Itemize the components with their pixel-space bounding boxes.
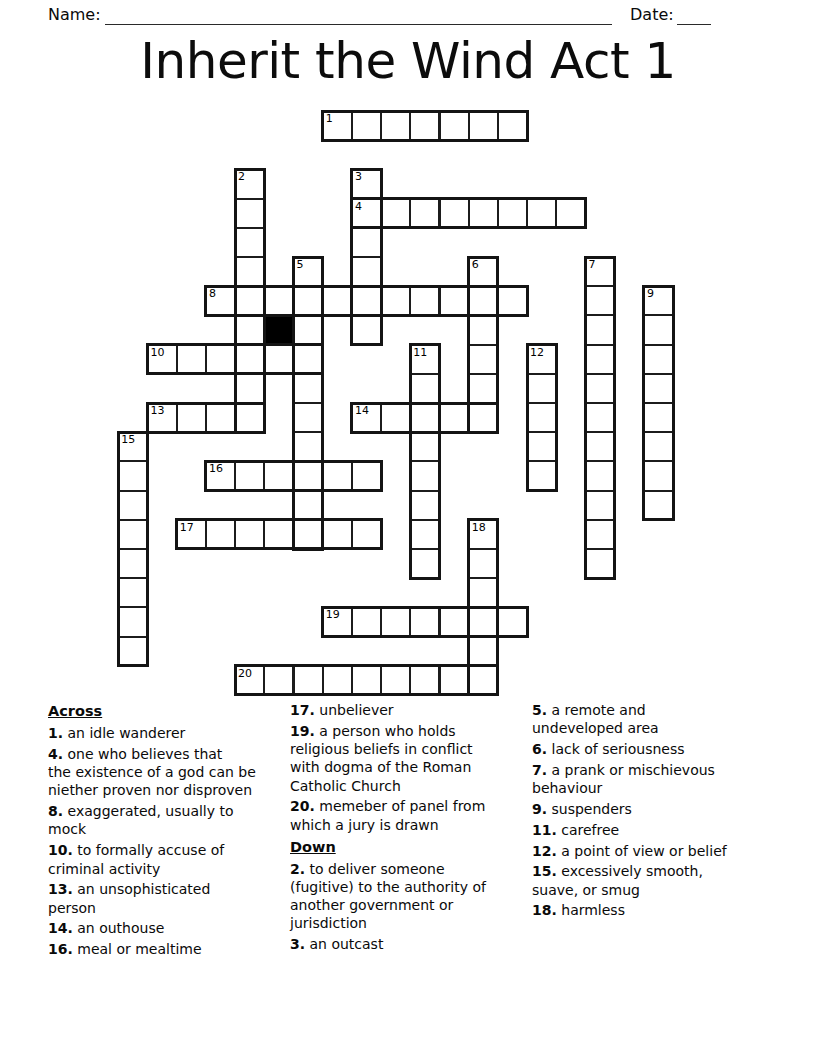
clue-text: an outcast — [310, 936, 384, 952]
cell-r6c18[interactable]: 9 — [643, 285, 674, 316]
cell-r0c9[interactable] — [380, 110, 411, 141]
crossword-worksheet-page: { "header": { "name_label": "Name:", "da… — [0, 0, 816, 1056]
clue-down-3: 3. an outcast — [290, 935, 542, 953]
cell-r6c10[interactable] — [409, 285, 440, 316]
cell-r3c14[interactable] — [526, 198, 557, 229]
clue-text: unbeliever — [319, 702, 393, 718]
cell-r3c8[interactable]: 4 — [351, 198, 382, 229]
cell-r19c6[interactable] — [293, 665, 324, 696]
cell-r10c14[interactable] — [526, 402, 557, 433]
clue-column-3: 5. a remote and undeveloped area6. lack … — [532, 701, 794, 922]
cell-r13c0[interactable] — [117, 490, 148, 521]
clue-text: an idle wanderer — [68, 725, 186, 741]
clue-number: 20. — [290, 798, 315, 814]
cell-r11c0[interactable]: 15 — [117, 431, 148, 462]
cell-r14c3[interactable] — [205, 519, 236, 550]
cell-r17c11[interactable] — [439, 606, 470, 637]
cell-r16c0[interactable] — [117, 577, 148, 608]
cell-r14c2[interactable]: 17 — [176, 519, 207, 550]
cell-r3c4[interactable] — [234, 198, 265, 229]
cell-r17c7[interactable]: 19 — [322, 606, 353, 637]
cell-r9c18[interactable] — [643, 373, 674, 404]
clue-across-10: 10. to formally accuse of criminal activ… — [48, 841, 300, 878]
cell-r14c16[interactable] — [585, 519, 616, 550]
cell-r6c6[interactable] — [293, 285, 324, 316]
cell-r19c9[interactable] — [380, 665, 411, 696]
cell-r9c14[interactable] — [526, 373, 557, 404]
cell-r6c13[interactable] — [497, 285, 528, 316]
clue-text: an unsophisticated person — [48, 881, 210, 915]
cell-r6c11[interactable] — [439, 285, 470, 316]
cell-r3c10[interactable] — [409, 198, 440, 229]
cell-number-17: 17 — [180, 521, 194, 534]
clue-text: a point of view or belief — [561, 843, 726, 859]
cell-r19c12[interactable] — [468, 665, 499, 696]
clue-across-20: 20. memeber of panel from which a jury i… — [290, 797, 542, 834]
cell-r8c16[interactable] — [585, 344, 616, 375]
cell-r10c1[interactable]: 13 — [147, 402, 178, 433]
cell-number-2: 2 — [238, 170, 245, 183]
cell-r17c9[interactable] — [380, 606, 411, 637]
clue-down-6: 6. lack of seriousness — [532, 740, 794, 758]
clue-down-7: 7. a prank or mischievous behaviour — [532, 761, 794, 798]
cell-r3c13[interactable] — [497, 198, 528, 229]
cell-number-3: 3 — [355, 170, 362, 183]
clue-number: 7. — [532, 762, 547, 778]
cell-r15c10[interactable] — [409, 548, 440, 579]
cell-r7c16[interactable] — [585, 314, 616, 345]
cell-number-4: 4 — [355, 200, 362, 213]
cell-r12c16[interactable] — [585, 460, 616, 491]
cell-number-9: 9 — [647, 287, 654, 300]
clue-number: 18. — [532, 902, 557, 918]
cell-r6c12[interactable] — [468, 285, 499, 316]
cell-r12c0[interactable] — [117, 460, 148, 491]
clue-across-16: 16. meal or mealtime — [48, 940, 300, 958]
clue-down-18: 18. harmless — [532, 901, 794, 919]
cell-r6c8[interactable] — [351, 285, 382, 316]
clue-number: 14. — [48, 920, 73, 936]
cell-number-5: 5 — [297, 258, 304, 271]
cell-r3c11[interactable] — [439, 198, 470, 229]
cell-r11c16[interactable] — [585, 431, 616, 462]
across-heading: Across — [48, 701, 300, 721]
cell-r14c5[interactable] — [263, 519, 294, 550]
clue-across-17: 17. unbeliever — [290, 701, 542, 719]
cell-r5c16[interactable]: 7 — [585, 256, 616, 287]
cell-r10c8[interactable]: 14 — [351, 402, 382, 433]
cell-r9c12[interactable] — [468, 373, 499, 404]
clue-number: 17. — [290, 702, 315, 718]
clue-across-8: 8. exaggerated, usually to mock — [48, 802, 300, 839]
clue-number: 15. — [532, 863, 557, 879]
cell-r11c18[interactable] — [643, 431, 674, 462]
cell-number-11: 11 — [413, 346, 427, 359]
clue-text: one who believes that the existence of a… — [48, 746, 256, 799]
cell-number-13: 13 — [151, 404, 165, 417]
black-cell-r7c5 — [263, 314, 294, 345]
clue-down-12: 12. a point of view or belief — [532, 842, 794, 860]
clue-text: harmless — [561, 902, 625, 918]
cell-r14c12[interactable]: 18 — [468, 519, 499, 550]
cell-r14c4[interactable] — [234, 519, 265, 550]
cell-r12c6[interactable] — [293, 460, 324, 491]
clue-number: 5. — [532, 702, 547, 718]
cell-r5c4[interactable] — [234, 256, 265, 287]
cell-r6c4[interactable] — [234, 285, 265, 316]
clue-number: 6. — [532, 741, 547, 757]
cell-r14c8[interactable] — [351, 519, 382, 550]
cell-r6c9[interactable] — [380, 285, 411, 316]
cell-r17c10[interactable] — [409, 606, 440, 637]
cell-r14c10[interactable] — [409, 519, 440, 550]
clue-across-14: 14. an outhouse — [48, 919, 300, 937]
clue-number: 9. — [532, 801, 547, 817]
cell-r19c8[interactable] — [351, 665, 382, 696]
cell-r9c4[interactable] — [234, 373, 265, 404]
clue-number: 13. — [48, 881, 73, 897]
cell-r13c10[interactable] — [409, 490, 440, 521]
cell-r12c10[interactable] — [409, 460, 440, 491]
cell-r12c5[interactable] — [263, 460, 294, 491]
cell-number-7: 7 — [589, 258, 596, 271]
cell-r10c11[interactable] — [439, 402, 470, 433]
cell-r18c0[interactable] — [117, 636, 148, 667]
cell-r19c11[interactable] — [439, 665, 470, 696]
cell-r17c13[interactable] — [497, 606, 528, 637]
cell-r0c12[interactable] — [468, 110, 499, 141]
cell-r7c18[interactable] — [643, 314, 674, 345]
cell-number-10: 10 — [151, 346, 165, 359]
clue-text: carefree — [561, 822, 619, 838]
cell-number-15: 15 — [121, 433, 135, 446]
cell-r4c4[interactable] — [234, 227, 265, 258]
cell-r2c8[interactable]: 3 — [351, 168, 382, 199]
clue-number: 12. — [532, 843, 557, 859]
cell-r10c3[interactable] — [205, 402, 236, 433]
clue-number: 19. — [290, 723, 315, 739]
cell-r12c14[interactable] — [526, 460, 557, 491]
cell-r11c6[interactable] — [293, 431, 324, 462]
cell-r8c18[interactable] — [643, 344, 674, 375]
cell-r19c5[interactable] — [263, 665, 294, 696]
cell-number-12: 12 — [530, 346, 544, 359]
cell-r14c0[interactable] — [117, 519, 148, 550]
cell-r3c12[interactable] — [468, 198, 499, 229]
clue-across-19: 19. a person who holds religious beliefs… — [290, 722, 542, 795]
cell-r7c8[interactable] — [351, 314, 382, 345]
cell-r13c6[interactable] — [293, 490, 324, 521]
cell-r17c0[interactable] — [117, 606, 148, 637]
clue-text: exaggerated, usually to mock — [48, 803, 234, 837]
cell-r12c7[interactable] — [322, 460, 353, 491]
cell-r14c6[interactable] — [293, 519, 324, 550]
cell-r10c6[interactable] — [293, 402, 324, 433]
cell-number-20: 20 — [238, 667, 252, 680]
clue-number: 4. — [48, 746, 63, 762]
cell-r10c4[interactable] — [234, 402, 265, 433]
cell-r6c7[interactable] — [322, 285, 353, 316]
cell-r0c13[interactable] — [497, 110, 528, 141]
cell-r17c12[interactable] — [468, 606, 499, 637]
cell-r12c4[interactable] — [234, 460, 265, 491]
cell-r11c10[interactable] — [409, 431, 440, 462]
clue-text: lack of seriousness — [552, 741, 685, 757]
cell-r8c10[interactable]: 11 — [409, 344, 440, 375]
clue-number: 8. — [48, 803, 63, 819]
cell-r2c4[interactable]: 2 — [234, 168, 265, 199]
clue-text: to deliver someone (fugitive) to the aut… — [290, 861, 486, 932]
cell-r6c5[interactable] — [263, 285, 294, 316]
cell-r15c12[interactable] — [468, 548, 499, 579]
cell-r11c14[interactable] — [526, 431, 557, 462]
cell-number-6: 6 — [472, 258, 479, 271]
cell-r19c7[interactable] — [322, 665, 353, 696]
clue-text: an outhouse — [77, 920, 164, 936]
cell-r7c4[interactable] — [234, 314, 265, 345]
cell-r3c15[interactable] — [555, 198, 586, 229]
cell-r8c1[interactable]: 10 — [147, 344, 178, 375]
clue-across-4: 4. one who believes that the existence o… — [48, 745, 300, 800]
cell-r10c18[interactable] — [643, 402, 674, 433]
cell-r13c18[interactable] — [643, 490, 674, 521]
cell-r0c8[interactable] — [351, 110, 382, 141]
clue-text: meal or mealtime — [77, 941, 201, 957]
cell-r0c7[interactable]: 1 — [322, 110, 353, 141]
cell-r5c12[interactable]: 6 — [468, 256, 499, 287]
cell-r7c6[interactable] — [293, 314, 324, 345]
cell-number-18: 18 — [472, 521, 486, 534]
cell-r6c16[interactable] — [585, 285, 616, 316]
clue-text: to formally accuse of criminal activity — [48, 842, 224, 876]
cell-r9c10[interactable] — [409, 373, 440, 404]
cell-r19c10[interactable] — [409, 665, 440, 696]
cell-r17c8[interactable] — [351, 606, 382, 637]
clue-column-1: Across1. an idle wanderer4. one who beli… — [48, 701, 300, 961]
clue-down-15: 15. excessively smooth, suave, or smug — [532, 862, 794, 899]
clue-number: 16. — [48, 941, 73, 957]
cell-r15c16[interactable] — [585, 548, 616, 579]
cell-r13c16[interactable] — [585, 490, 616, 521]
cell-r16c12[interactable] — [468, 577, 499, 608]
clue-number: 2. — [290, 861, 305, 877]
cell-r9c6[interactable] — [293, 373, 324, 404]
cell-r8c5[interactable] — [263, 344, 294, 375]
cell-r8c2[interactable] — [176, 344, 207, 375]
cell-r4c8[interactable] — [351, 227, 382, 258]
cell-r0c11[interactable] — [439, 110, 470, 141]
clue-text: memeber of panel from which a jury is dr… — [290, 798, 485, 832]
cell-r10c12[interactable] — [468, 402, 499, 433]
clue-text: excessively smooth, suave, or smug — [532, 863, 703, 897]
cell-r10c2[interactable] — [176, 402, 207, 433]
cell-r8c14[interactable]: 12 — [526, 344, 557, 375]
clue-number: 11. — [532, 822, 557, 838]
cell-r8c3[interactable] — [205, 344, 236, 375]
cell-r19c4[interactable]: 20 — [234, 665, 265, 696]
cell-r7c12[interactable] — [468, 314, 499, 345]
cell-r9c16[interactable] — [585, 373, 616, 404]
cell-r10c16[interactable] — [585, 402, 616, 433]
cell-r5c8[interactable] — [351, 256, 382, 287]
cell-r14c7[interactable] — [322, 519, 353, 550]
cell-r8c4[interactable] — [234, 344, 265, 375]
cell-r12c3[interactable]: 16 — [205, 460, 236, 491]
clue-number: 3. — [290, 936, 305, 952]
cell-number-8: 8 — [209, 287, 216, 300]
crossword-grid: 1234567891011121314151617181920 — [0, 0, 816, 700]
clue-down-2: 2. to deliver someone (fugitive) to the … — [290, 860, 542, 933]
clue-down-9: 9. suspenders — [532, 800, 794, 818]
cell-r5c6[interactable]: 5 — [293, 256, 324, 287]
cell-number-1: 1 — [326, 112, 333, 125]
cell-r8c12[interactable] — [468, 344, 499, 375]
cell-r12c8[interactable] — [351, 460, 382, 491]
clue-column-2: 17. unbeliever19. a person who holds rel… — [290, 701, 542, 956]
cell-r6c3[interactable]: 8 — [205, 285, 236, 316]
clue-text: a remote and undeveloped area — [532, 702, 659, 736]
cell-r10c10[interactable] — [409, 402, 440, 433]
cell-r8c6[interactable] — [293, 344, 324, 375]
cell-r10c9[interactable] — [380, 402, 411, 433]
clue-text: a person who holds religious beliefs in … — [290, 723, 473, 794]
clue-number: 10. — [48, 842, 73, 858]
clue-text: a prank or mischievous behaviour — [532, 762, 715, 796]
clue-down-5: 5. a remote and undeveloped area — [532, 701, 794, 738]
clue-across-1: 1. an idle wanderer — [48, 724, 300, 742]
cell-r18c12[interactable] — [468, 636, 499, 667]
cell-r12c18[interactable] — [643, 460, 674, 491]
cell-r15c0[interactable] — [117, 548, 148, 579]
clue-number: 1. — [48, 725, 63, 741]
cell-number-16: 16 — [209, 462, 223, 475]
cell-number-14: 14 — [355, 404, 369, 417]
cell-r3c9[interactable] — [380, 198, 411, 229]
down-heading: Down — [290, 837, 542, 857]
clue-across-13: 13. an unsophisticated person — [48, 880, 300, 917]
clue-down-11: 11. carefree — [532, 821, 794, 839]
cell-number-19: 19 — [326, 608, 340, 621]
cell-r0c10[interactable] — [409, 110, 440, 141]
clue-text: suspenders — [552, 801, 632, 817]
